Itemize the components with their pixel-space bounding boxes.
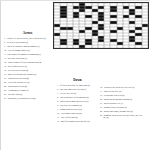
clue-item: 1. Off the beaten path, far from town (6… — [57, 84, 98, 86]
crossword-grid — [53, 2, 149, 49]
clue-text: Garden tool with teeth (4) — [103, 94, 124, 96]
down-heading: Down — [57, 78, 98, 82]
clue-item: 12. Lead singer's solo turn (4) — [57, 112, 98, 114]
clue-item: 6. Frozen rain in small hard pellets (5) — [57, 100, 98, 102]
clue-number: 17. — [100, 90, 102, 92]
clue-text: Strong string for parcels (5) — [59, 108, 82, 110]
clue-text: Capital city dweller's pride, so it is o… — [6, 37, 45, 39]
clue-item: 16. Spice found in curry (5) — [4, 65, 51, 67]
clue-number: 20. — [100, 98, 102, 100]
clue-text: Midday meal hour, for most folk (4) — [103, 110, 132, 112]
grid-cell-14-14[interactable] — [142, 45, 148, 48]
across-column: Across 1. Capital city dweller's pride, … — [4, 31, 51, 101]
clue-text: Take a quick look (4) — [60, 116, 78, 118]
clue-number: 23. — [100, 106, 102, 108]
clue-item: 21. Sailor's hearty greeting (4) — [4, 77, 51, 79]
clue-item: 23. Browned bread eaten hot (5) — [100, 106, 146, 108]
clue-text: Tiny biting insect of the marshes (4) — [59, 96, 88, 98]
clue-item: 1. Capital city dweller's pride, so it i… — [4, 37, 51, 39]
clue-item: 13. Take a quick look (4) — [57, 116, 98, 118]
down-clue-list-2: 14. Navigated the rapids in a frail craf… — [100, 86, 146, 119]
clue-item: 24. Midday meal hour, for most folk (4) — [100, 110, 146, 112]
clue-item: 5. Tea served with scones (5) — [4, 41, 51, 43]
clue-item: 25. Rumours you hear over the back fence… — [100, 114, 146, 119]
clue-text: Spice found in curry (5) — [7, 65, 27, 67]
clue-text: Navigated the rapids in a frail craft (6… — [103, 86, 134, 88]
clue-item: 15. Roof of the mouth, hard and soft (6) — [57, 120, 98, 122]
down-column-2: 14. Navigated the rapids in a frail craf… — [100, 86, 146, 120]
clue-item: 27. Ring slowly, as church bells do (4) — [4, 97, 51, 99]
clue-text: Evening meal at home (6) — [7, 89, 28, 91]
clue-item: 14. Navigated the rapids in a frail craf… — [100, 86, 146, 88]
clue-number: 24. — [100, 110, 102, 112]
clue-text: Shade of pale blue (5) — [103, 90, 121, 92]
clue-text: Frozen rain in small hard pellets (5) — [59, 100, 88, 102]
clue-item: 14. Dancer's short stiff skirt worn on s… — [4, 61, 51, 63]
clue-text: Keep well out of sight (4) — [7, 69, 28, 71]
clue-item: 10. Piece of chamber music (5) — [4, 49, 51, 51]
clue-text: Babble on and on about nothing (6) — [103, 98, 132, 100]
clue-item: 20. Babble on and on about nothing (6) — [100, 98, 146, 100]
clue-text: Lay to rest at last (5) — [59, 92, 76, 94]
clue-number: 18. — [4, 69, 6, 71]
clue-text: Rumours you hear over the back fence, th… — [103, 114, 142, 118]
clue-number: 21. — [4, 77, 6, 79]
clue-item: 22. Fruit of the old oak tree (5) — [4, 81, 51, 83]
clue-text: Not quite right (5) — [7, 93, 22, 95]
clue-number: 18. — [100, 94, 102, 96]
clue-item: 13. Bird kept in the barn (3) — [4, 57, 51, 59]
clue-item: 18. Keep well out of sight (4) — [4, 69, 51, 71]
clue-text: Lead singer's solo turn (4) — [60, 112, 81, 114]
clue-number: 25. — [4, 89, 6, 91]
clue-text: Note that comes just after soh (3) — [59, 88, 86, 90]
clue-number: 14. — [100, 86, 102, 88]
clue-item: 18. Garden tool with teeth (4) — [100, 94, 146, 96]
clue-text: Move to a foreign land for good (8) — [7, 73, 36, 75]
clue-text: Tea served with scones (5) — [6, 41, 28, 43]
clue-text: Sudden gust of wind (4) — [7, 85, 27, 87]
clue-number: 25. — [100, 114, 102, 116]
clue-text: Trip to see wild animals (6) — [59, 104, 82, 106]
clue-item: 19. Move to a foreign land for good (8) — [4, 73, 51, 75]
clue-number: 26. — [4, 93, 6, 95]
clue-item: 2. Note that comes just after soh (3) — [57, 88, 98, 90]
clue-text: Browned bread eaten hot (5) — [103, 106, 126, 108]
clue-text: One blamed for another's wrongdoing (9) — [7, 53, 41, 55]
clue-text: Roof of the mouth, hard and soft (6) — [60, 120, 89, 122]
clue-text: Off the beaten path, far from town (6) — [59, 84, 90, 86]
clue-item: 17. Shade of pale blue (5) — [100, 90, 146, 92]
across-clue-list: 1. Capital city dweller's pride, so it i… — [4, 37, 51, 99]
clue-number: 16. — [4, 65, 6, 67]
clue-item: 11. One blamed for another's wrongdoing … — [4, 53, 51, 55]
clue-number: 22. — [4, 81, 6, 83]
clue-text: Piece of chamber music (5) — [7, 49, 29, 51]
clue-number: 24. — [4, 85, 6, 87]
clue-text: Lost at sea without a map or compass (7) — [6, 45, 39, 47]
clue-text: Fruit of the old oak tree (5) — [7, 81, 29, 83]
clue-number: 13. — [4, 57, 6, 59]
clue-number: 10. — [4, 49, 6, 51]
clue-number: 19. — [4, 73, 6, 75]
clue-item: 26. Not quite right (5) — [4, 93, 51, 95]
across-heading: Across — [4, 31, 51, 35]
clue-number: 13. — [57, 116, 59, 118]
puzzle-page: Across 1. Capital city dweller's pride, … — [0, 0, 150, 150]
clue-item: 3. Lay to rest at last (5) — [57, 92, 98, 94]
clue-text: Bird kept in the barn (3) — [7, 57, 27, 59]
clue-number: 12. — [57, 112, 59, 114]
clue-text: Sheep's plaintive cry (3) — [103, 102, 123, 104]
clue-number: 27. — [4, 97, 6, 99]
clue-number: 21. — [100, 102, 102, 104]
clue-item: 9. Strong string for parcels (5) — [57, 108, 98, 110]
clue-item: 8. Trip to see wild animals (6) — [57, 104, 98, 106]
clue-text: Dancer's short stiff skirt worn on stage… — [7, 61, 41, 63]
clue-text: Sailor's hearty greeting (4) — [7, 77, 29, 79]
clue-number: 14. — [4, 61, 6, 63]
clue-item: 4. Tiny biting insect of the marshes (4) — [57, 96, 98, 98]
clue-number: 15. — [57, 120, 59, 122]
down-clue-list-1: 1. Off the beaten path, far from town (6… — [57, 84, 98, 122]
clue-item: 25. Evening meal at home (6) — [4, 89, 51, 91]
clue-text: Ring slowly, as church bells do (4) — [7, 97, 35, 99]
down-column-1: Down 1. Off the beaten path, far from to… — [57, 78, 98, 124]
clue-item: 21. Sheep's plaintive cry (3) — [100, 102, 146, 104]
clue-item: 7. Lost at sea without a map or compass … — [4, 45, 51, 47]
clue-item: 24. Sudden gust of wind (4) — [4, 85, 51, 87]
